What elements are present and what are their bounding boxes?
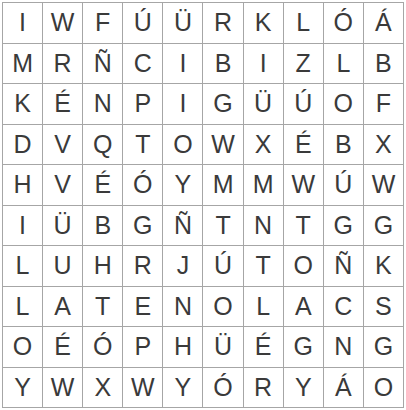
grid-cell-r7c1[interactable]: L xyxy=(3,246,42,286)
grid-cell-r5c1[interactable]: H xyxy=(3,165,42,205)
grid-cell-r4c5[interactable]: O xyxy=(163,125,202,165)
grid-cell-r3c10[interactable]: F xyxy=(364,84,403,124)
grid-cell-r1c6[interactable]: R xyxy=(203,3,242,43)
grid-cell-r1c2[interactable]: W xyxy=(43,3,82,43)
grid-cell-r10c10[interactable]: O xyxy=(364,368,403,408)
grid-cell-r8c6[interactable]: O xyxy=(203,287,242,327)
grid-cell-r10c8[interactable]: Y xyxy=(284,368,323,408)
grid-cell-r9c10[interactable]: G xyxy=(364,327,403,367)
grid-cell-r5c2[interactable]: V xyxy=(43,165,82,205)
grid-cell-r9c8[interactable]: G xyxy=(284,327,323,367)
grid-cell-r7c3[interactable]: H xyxy=(83,246,122,286)
grid-cell-r5c8[interactable]: W xyxy=(284,165,323,205)
grid-cell-r6c7[interactable]: N xyxy=(244,206,283,246)
grid-cell-r10c3[interactable]: X xyxy=(83,368,122,408)
grid-cell-r9c6[interactable]: Ü xyxy=(203,327,242,367)
grid-cell-r6c8[interactable]: T xyxy=(284,206,323,246)
grid-cell-r5c7[interactable]: M xyxy=(244,165,283,205)
grid-cell-r2c7[interactable]: I xyxy=(244,44,283,84)
grid-cell-r8c7[interactable]: L xyxy=(244,287,283,327)
grid-cell-r8c10[interactable]: S xyxy=(364,287,403,327)
grid-cell-r1c10[interactable]: Á xyxy=(364,3,403,43)
grid-cell-r1c1[interactable]: I xyxy=(3,3,42,43)
grid-cell-r3c5[interactable]: I xyxy=(163,84,202,124)
grid-cell-r1c8[interactable]: L xyxy=(284,3,323,43)
grid-cell-r9c1[interactable]: O xyxy=(3,327,42,367)
grid-cell-r2c1[interactable]: M xyxy=(3,44,42,84)
grid-cell-r5c6[interactable]: M xyxy=(203,165,242,205)
grid-cell-r6c10[interactable]: G xyxy=(364,206,403,246)
grid-cell-r2c10[interactable]: B xyxy=(364,44,403,84)
grid-cell-r6c9[interactable]: G xyxy=(324,206,363,246)
grid-cell-r10c5[interactable]: Y xyxy=(163,368,202,408)
grid-cell-r7c2[interactable]: U xyxy=(43,246,82,286)
grid-cell-r10c4[interactable]: W xyxy=(123,368,162,408)
grid-cell-r5c5[interactable]: Y xyxy=(163,165,202,205)
grid-cell-r4c7[interactable]: X xyxy=(244,125,283,165)
grid-cell-r3c2[interactable]: É xyxy=(43,84,82,124)
grid-cell-r4c8[interactable]: É xyxy=(284,125,323,165)
grid-cell-r8c5[interactable]: N xyxy=(163,287,202,327)
grid-cell-r3c9[interactable]: O xyxy=(324,84,363,124)
grid-cell-r3c1[interactable]: K xyxy=(3,84,42,124)
grid-cell-r9c5[interactable]: H xyxy=(163,327,202,367)
grid-cell-r9c7[interactable]: É xyxy=(244,327,283,367)
grid-cell-r3c7[interactable]: Ü xyxy=(244,84,283,124)
grid-cell-r8c8[interactable]: A xyxy=(284,287,323,327)
grid-cell-r8c2[interactable]: A xyxy=(43,287,82,327)
grid-cell-r4c3[interactable]: Q xyxy=(83,125,122,165)
grid-cell-r5c3[interactable]: É xyxy=(83,165,122,205)
grid-cell-r7c10[interactable]: K xyxy=(364,246,403,286)
grid-cell-r7c4[interactable]: R xyxy=(123,246,162,286)
grid-cell-r2c4[interactable]: C xyxy=(123,44,162,84)
word-search-grid: IWFÚÜRKLÓÁMRÑCIBIZLBKÉNPIGÜÚOFDVQTOWXÉBX… xyxy=(2,2,404,408)
grid-cell-r9c9[interactable]: N xyxy=(324,327,363,367)
grid-cell-r4c9[interactable]: B xyxy=(324,125,363,165)
grid-cell-r3c6[interactable]: G xyxy=(203,84,242,124)
grid-cell-r1c3[interactable]: F xyxy=(83,3,122,43)
grid-cell-r9c2[interactable]: É xyxy=(43,327,82,367)
grid-cell-r4c2[interactable]: V xyxy=(43,125,82,165)
grid-cell-r8c3[interactable]: T xyxy=(83,287,122,327)
grid-cell-r2c2[interactable]: R xyxy=(43,44,82,84)
grid-cell-r4c1[interactable]: D xyxy=(3,125,42,165)
grid-cell-r7c5[interactable]: J xyxy=(163,246,202,286)
grid-cell-r5c10[interactable]: W xyxy=(364,165,403,205)
grid-cell-r4c10[interactable]: X xyxy=(364,125,403,165)
grid-cell-r8c4[interactable]: E xyxy=(123,287,162,327)
grid-cell-r6c6[interactable]: T xyxy=(203,206,242,246)
grid-cell-r10c7[interactable]: R xyxy=(244,368,283,408)
grid-cell-r9c3[interactable]: Ó xyxy=(83,327,122,367)
grid-cell-r7c9[interactable]: Ñ xyxy=(324,246,363,286)
grid-cell-r7c7[interactable]: T xyxy=(244,246,283,286)
grid-cell-r6c2[interactable]: Ü xyxy=(43,206,82,246)
grid-cell-r10c1[interactable]: Y xyxy=(3,368,42,408)
grid-cell-r7c6[interactable]: Ú xyxy=(203,246,242,286)
grid-cell-r3c8[interactable]: Ú xyxy=(284,84,323,124)
grid-cell-r9c4[interactable]: P xyxy=(123,327,162,367)
grid-cell-r6c1[interactable]: I xyxy=(3,206,42,246)
grid-cell-r6c4[interactable]: G xyxy=(123,206,162,246)
grid-cell-r5c4[interactable]: Ó xyxy=(123,165,162,205)
grid-cell-r3c4[interactable]: P xyxy=(123,84,162,124)
grid-cell-r6c5[interactable]: Ñ xyxy=(163,206,202,246)
grid-cell-r1c4[interactable]: Ú xyxy=(123,3,162,43)
grid-cell-r2c3[interactable]: Ñ xyxy=(83,44,122,84)
grid-cell-r3c3[interactable]: N xyxy=(83,84,122,124)
grid-cell-r2c8[interactable]: Z xyxy=(284,44,323,84)
grid-cell-r8c1[interactable]: L xyxy=(3,287,42,327)
grid-cell-r8c9[interactable]: C xyxy=(324,287,363,327)
grid-cell-r10c6[interactable]: Ó xyxy=(203,368,242,408)
grid-cell-r5c9[interactable]: Ú xyxy=(324,165,363,205)
grid-cell-r1c5[interactable]: Ü xyxy=(163,3,202,43)
grid-cell-r1c9[interactable]: Ó xyxy=(324,3,363,43)
grid-cell-r10c2[interactable]: W xyxy=(43,368,82,408)
grid-cell-r6c3[interactable]: B xyxy=(83,206,122,246)
grid-cell-r2c5[interactable]: I xyxy=(163,44,202,84)
grid-cell-r1c7[interactable]: K xyxy=(244,3,283,43)
grid-cell-r2c6[interactable]: B xyxy=(203,44,242,84)
grid-cell-r7c8[interactable]: O xyxy=(284,246,323,286)
grid-cell-r10c9[interactable]: Á xyxy=(324,368,363,408)
grid-cell-r2c9[interactable]: L xyxy=(324,44,363,84)
grid-cell-r4c4[interactable]: T xyxy=(123,125,162,165)
grid-cell-r4c6[interactable]: W xyxy=(203,125,242,165)
